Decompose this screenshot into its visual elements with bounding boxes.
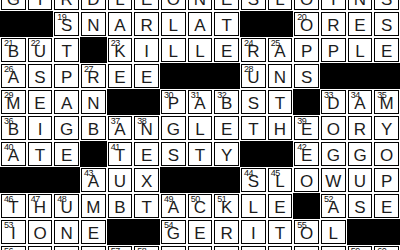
cell-r6c1[interactable]: 36B [1, 116, 26, 140]
cell-r10c1[interactable]: 53I [1, 220, 26, 244]
cell-r4c6[interactable]: E [134, 64, 159, 88]
cell-r1c2[interactable]: I [28, 0, 53, 10]
cell-r4c15 [373, 63, 400, 89]
cell-letter: A [322, 199, 345, 216]
cell-letter: E [135, 0, 158, 8]
cell-r1c11[interactable]: L [268, 0, 293, 10]
cell-r5c14[interactable]: 34A [348, 90, 373, 114]
cell-letter: R [215, 225, 238, 242]
cell-r3c7[interactable]: L [161, 38, 186, 62]
cell-r10c3[interactable]: N [54, 220, 79, 244]
cell-r8c9 [213, 167, 240, 193]
cell-r3c13[interactable]: P [321, 38, 346, 62]
cell-r5c7[interactable]: 30P [161, 90, 186, 114]
cell-letter: O [295, 0, 318, 8]
cell-letter: A [189, 17, 212, 34]
cell-r9c10[interactable]: L [241, 194, 266, 218]
cell-r5c5 [107, 89, 134, 115]
cell-letter: B [2, 121, 25, 138]
cell-letter: L [322, 225, 345, 242]
crossword-board: GIRDLEONESLOINS19SNARLAT20ORES21B22UT23K… [0, 0, 400, 250]
cell-r6c3[interactable]: G [54, 116, 79, 140]
cell-r1c8[interactable]: N [188, 0, 213, 10]
cell-r4c12[interactable]: S [294, 64, 319, 88]
cell-r8c1 [0, 167, 27, 193]
cell-r7c5[interactable]: 41T [108, 142, 133, 166]
cell-r9c11[interactable]: E [268, 194, 293, 218]
cell-letter: E [375, 199, 398, 216]
cell-r5c4[interactable]: N [81, 90, 106, 114]
cell-letter: L [269, 173, 292, 190]
cell-r9c2[interactable]: 47H [28, 194, 53, 218]
cell-r11c1[interactable]: 56 [1, 246, 26, 250]
cell-r10c15 [373, 219, 400, 245]
cell-r8c12[interactable]: O [294, 168, 319, 192]
cell-letter: E [215, 43, 238, 60]
cell-r4c5[interactable]: E [108, 64, 133, 88]
cell-letter: E [269, 199, 292, 216]
cell-letter: R [322, 17, 345, 34]
cell-r11c13[interactable] [321, 246, 346, 250]
cell-letter: I [29, 0, 52, 8]
cell-letter: M [82, 199, 105, 216]
cell-r11c9[interactable] [214, 246, 239, 250]
cell-r3c10[interactable]: 24R [241, 38, 266, 62]
cell-r2c7[interactable]: L [161, 12, 186, 36]
cell-letter: T [135, 199, 158, 216]
cell-r8c14[interactable]: U [348, 168, 373, 192]
cell-letter: G [322, 147, 345, 164]
cell-r7c14[interactable]: G [348, 142, 373, 166]
cell-r9c14[interactable]: S [348, 194, 373, 218]
cell-r6c2[interactable]: I [28, 116, 53, 140]
cell-letter: N [135, 121, 158, 138]
cell-r5c2[interactable]: E [28, 90, 53, 114]
cell-letter: U [29, 43, 52, 60]
cell-letter: A [2, 147, 25, 164]
cell-letter: O [162, 0, 185, 8]
cell-r3c6[interactable]: I [134, 38, 159, 62]
cell-letter: R [55, 0, 78, 8]
cell-letter: L [162, 43, 185, 60]
cell-r7c8[interactable]: T [188, 142, 213, 166]
cell-r8c13[interactable]: W [321, 168, 346, 192]
cell-r9c15[interactable]: E [374, 194, 399, 218]
cell-r3c4 [80, 37, 107, 63]
cell-r1c13[interactable]: I [321, 0, 346, 10]
cell-r10c2[interactable]: O [28, 220, 53, 244]
cell-r2c14[interactable]: E [348, 12, 373, 36]
cell-r9c4[interactable]: M [81, 194, 106, 218]
cell-letter: E [295, 147, 318, 164]
cell-r9c7[interactable]: 49A [161, 194, 186, 218]
cell-letter: T [2, 199, 25, 216]
cell-r1c5[interactable]: L [108, 0, 133, 10]
cell-letter: S [29, 69, 52, 86]
cell-letter: M [2, 95, 25, 112]
cell-letter: A [189, 95, 212, 112]
cell-r1c14[interactable]: N [348, 0, 373, 10]
cell-r4c14 [347, 63, 374, 89]
cell-letter: S [349, 199, 372, 216]
cell-r2c15[interactable]: S [374, 12, 399, 36]
cell-letter: A [162, 199, 185, 216]
cell-letter: U [55, 199, 78, 216]
cell-r6c12[interactable]: 39E [294, 116, 319, 140]
cell-letter: O [295, 173, 318, 190]
cell-r1c15[interactable]: S [374, 0, 399, 10]
cell-letter: N [349, 0, 372, 8]
cell-r8c5[interactable]: U [108, 168, 133, 192]
cell-letter: N [82, 95, 105, 112]
cell-r8c10[interactable]: 44S [241, 168, 266, 192]
cell-letter: P [375, 173, 398, 190]
cell-letter: T [29, 147, 52, 164]
cell-r6c9[interactable]: E [214, 116, 239, 140]
cell-r11c2[interactable] [28, 246, 53, 250]
cell-letter: U [242, 69, 265, 86]
cell-r5c11[interactable]: T [268, 90, 293, 114]
cell-r4c1[interactable]: 26A [1, 64, 26, 88]
cell-letter: S [242, 173, 265, 190]
cell-letter: O [322, 121, 345, 138]
cell-r6c14[interactable]: R [348, 116, 373, 140]
cell-r8c6[interactable]: X [134, 168, 159, 192]
cell-letter: E [82, 225, 105, 242]
cell-r11c12[interactable] [294, 246, 319, 250]
cell-letter: L [349, 43, 372, 60]
cell-r2c9[interactable]: T [214, 12, 239, 36]
cell-r10c5 [107, 219, 134, 245]
cell-r9c13[interactable]: 52A [321, 194, 346, 218]
cell-r1c1[interactable]: G [1, 0, 26, 10]
cell-letter: D [82, 0, 105, 8]
cell-r7c7[interactable]: S [161, 142, 186, 166]
cell-letter: I [135, 43, 158, 60]
cell-letter: A [349, 95, 372, 112]
cell-r4c8 [187, 63, 214, 89]
cell-letter: L [189, 121, 212, 138]
cell-r10c14 [347, 219, 374, 245]
cell-r9c6[interactable]: T [134, 194, 159, 218]
cell-r1c7[interactable]: O [161, 0, 186, 10]
cell-r8c15[interactable]: P [374, 168, 399, 192]
cell-letter: L [109, 0, 132, 8]
cell-letter: N [55, 225, 78, 242]
cell-letter: I [322, 0, 345, 8]
cell-letter: O [295, 225, 318, 242]
cell-letter: A [2, 69, 25, 86]
cell-letter: T [269, 225, 292, 242]
cell-r10c4[interactable]: E [81, 220, 106, 244]
cell-letter: E [295, 121, 318, 138]
cell-letter: B [109, 199, 132, 216]
cell-r7c1[interactable]: 40A [1, 142, 26, 166]
cell-letter: R [82, 69, 105, 86]
cell-letter: E [135, 147, 158, 164]
cell-r8c8 [187, 167, 214, 193]
cell-letter: E [109, 69, 132, 86]
cell-letter: T [55, 43, 78, 60]
cell-r5c12 [293, 89, 320, 115]
cell-r9c9[interactable]: 51K [214, 194, 239, 218]
cell-r8c4[interactable]: 43A [81, 168, 106, 192]
cell-r10c12[interactable]: 55O [294, 220, 319, 244]
cell-r10c9[interactable]: R [214, 220, 239, 244]
cell-letter: E [135, 69, 158, 86]
cell-r2c4[interactable]: N [81, 12, 106, 36]
cell-r11c8[interactable] [188, 246, 213, 250]
cell-r4c7 [160, 63, 187, 89]
cell-r10c7[interactable]: 54G [161, 220, 186, 244]
cell-letter: B [82, 121, 105, 138]
cell-r11c6[interactable]: 58 [134, 246, 159, 250]
cell-letter: E [215, 121, 238, 138]
cell-letter: E [55, 147, 78, 164]
cell-r2c2 [27, 11, 54, 37]
cell-r2c3[interactable]: 19S [54, 12, 79, 36]
cell-r8c2 [27, 167, 54, 193]
cell-letter: U [349, 173, 372, 190]
cell-r7c15[interactable]: O [374, 142, 399, 166]
cell-letter: A [269, 43, 292, 60]
cell-r1c4[interactable]: D [81, 0, 106, 10]
cell-letter: T [242, 121, 265, 138]
cell-r2c11 [267, 11, 294, 37]
cell-r11c11[interactable] [268, 246, 293, 250]
cell-r11c14[interactable]: 59 [348, 246, 373, 250]
cell-r5c15[interactable]: 35M [374, 90, 399, 114]
cell-r4c10[interactable]: 28U [241, 64, 266, 88]
cell-letter: E [215, 0, 238, 8]
cell-r7c10 [240, 141, 267, 167]
crossword-grid: GIRDLEONESLOINS19SNARLAT20ORES21B22UT23K… [0, 0, 400, 250]
cell-r9c3[interactable]: 48U [54, 194, 79, 218]
cell-letter: G [162, 225, 185, 242]
cell-letter: C [189, 199, 212, 216]
cell-letter: T [189, 147, 212, 164]
cell-letter: N [82, 17, 105, 34]
cell-r11c10[interactable] [241, 246, 266, 250]
cell-letter: S [242, 0, 265, 8]
cell-letter: R [349, 121, 372, 138]
cell-r7c12[interactable]: 42E [294, 142, 319, 166]
cell-r7c3[interactable]: E [54, 142, 79, 166]
cell-letter: A [109, 121, 132, 138]
cell-r7c13[interactable]: G [321, 142, 346, 166]
cell-letter: G [55, 121, 78, 138]
cell-r11c15[interactable]: 60 [374, 246, 399, 250]
cell-letter: E [29, 95, 52, 112]
cell-letter: K [215, 199, 238, 216]
cell-r10c11[interactable]: T [268, 220, 293, 244]
cell-r9c5[interactable]: B [108, 194, 133, 218]
cell-letter: S [375, 0, 398, 8]
cell-r4c4[interactable]: 27R [81, 64, 106, 88]
cell-r4c3[interactable]: P [54, 64, 79, 88]
cell-r7c2[interactable]: T [28, 142, 53, 166]
cell-r4c13 [320, 63, 347, 89]
cell-r10c10[interactable]: I [241, 220, 266, 244]
cell-r6c13[interactable]: O [321, 116, 346, 140]
cell-r3c2[interactable]: 22U [28, 38, 53, 62]
cell-r10c6 [133, 219, 160, 245]
cell-letter: R [242, 43, 265, 60]
cell-r11c3[interactable] [54, 246, 79, 250]
cell-r4c2[interactable]: S [28, 64, 53, 88]
cell-r2c8[interactable]: A [188, 12, 213, 36]
cell-letter: L [242, 199, 265, 216]
cell-letter: G [349, 147, 372, 164]
cell-letter: R [135, 17, 158, 34]
cell-letter: D [322, 95, 345, 112]
cell-r2c5[interactable]: A [108, 12, 133, 36]
cell-r5c8[interactable]: 31A [188, 90, 213, 114]
cell-letter: O [375, 147, 398, 164]
cell-letter: Y [375, 121, 398, 138]
cell-r6c11[interactable]: H [268, 116, 293, 140]
cell-r1c6[interactable]: E [134, 0, 159, 10]
cell-r2c1 [0, 11, 27, 37]
cell-r8c11[interactable]: 45L [268, 168, 293, 192]
cell-r3c11[interactable]: 25A [268, 38, 293, 62]
cell-letter: B [2, 43, 25, 60]
cell-letter: T [109, 147, 132, 164]
cell-r10c13[interactable]: L [321, 220, 346, 244]
cell-letter: G [2, 0, 25, 8]
cell-letter: P [322, 43, 345, 60]
cell-letter: P [55, 69, 78, 86]
cell-letter: S [295, 69, 318, 86]
cell-r10c8[interactable]: E [188, 220, 213, 244]
cell-r9c1[interactable]: 46T [1, 194, 26, 218]
cell-letter: A [55, 95, 78, 112]
cell-letter: N [189, 0, 212, 8]
cell-letter: O [295, 17, 318, 34]
cell-letter: X [135, 173, 158, 190]
cell-r5c6 [133, 89, 160, 115]
cell-letter: S [375, 17, 398, 34]
cell-r6c10[interactable]: T [241, 116, 266, 140]
cell-letter: G [162, 121, 185, 138]
cell-r2c6[interactable]: R [134, 12, 159, 36]
cell-letter: P [295, 43, 318, 60]
cell-r3c5[interactable]: 23K [108, 38, 133, 62]
cell-r6c5[interactable]: 37A [108, 116, 133, 140]
cell-r6c8[interactable]: L [188, 116, 213, 140]
cell-letter: W [322, 173, 345, 190]
cell-r5c3[interactable]: A [54, 90, 79, 114]
cell-letter: S [162, 147, 185, 164]
cell-r1c3[interactable]: R [54, 0, 79, 10]
cell-r6c4[interactable]: B [81, 116, 106, 140]
cell-letter: L [162, 17, 185, 34]
cell-r8c7 [160, 167, 187, 193]
cell-r1c9[interactable]: E [214, 0, 239, 10]
cell-r11c7[interactable] [161, 246, 186, 250]
cell-r7c6[interactable]: E [134, 142, 159, 166]
cell-r7c11 [267, 141, 294, 167]
cell-letter: A [82, 173, 105, 190]
cell-r6c15[interactable]: Y [374, 116, 399, 140]
cell-r9c12 [293, 193, 320, 219]
cell-r2c10 [240, 11, 267, 37]
cell-letter: O [29, 225, 52, 242]
cell-letter: I [2, 225, 25, 242]
cell-letter: S [242, 95, 265, 112]
cell-letter: E [375, 43, 398, 60]
cell-letter: T [215, 17, 238, 34]
cell-r3c12[interactable]: P [294, 38, 319, 62]
cell-r4c9 [213, 63, 240, 89]
cell-r3c3[interactable]: T [54, 38, 79, 62]
cell-letter: L [189, 43, 212, 60]
cell-letter: I [29, 121, 52, 138]
cell-r1c10[interactable]: S [241, 0, 266, 10]
cell-letter: A [109, 17, 132, 34]
cell-r3c8[interactable]: L [188, 38, 213, 62]
cell-r6c6[interactable]: 38N [134, 116, 159, 140]
cell-r5c10[interactable]: S [241, 90, 266, 114]
cell-letter: T [269, 95, 292, 112]
cell-r2c13[interactable]: R [321, 12, 346, 36]
cell-r4c11[interactable]: N [268, 64, 293, 88]
cell-r3c9[interactable]: E [214, 38, 239, 62]
cell-r5c9[interactable]: 32B [214, 90, 239, 114]
cell-letter: I [242, 225, 265, 242]
cell-r6c7[interactable]: G [161, 116, 186, 140]
cell-letter: K [109, 43, 132, 60]
cell-letter: N [269, 69, 292, 86]
cell-letter: B [215, 95, 238, 112]
cell-r9c8[interactable]: 50C [188, 194, 213, 218]
cell-r5c1[interactable]: 29M [1, 90, 26, 114]
cell-r3c1[interactable]: 21B [1, 38, 26, 62]
cell-letter: P [162, 95, 185, 112]
cell-r11c5[interactable]: 57 [108, 246, 133, 250]
cell-letter: M [375, 95, 398, 112]
cell-letter: H [29, 199, 52, 216]
cell-r3c15[interactable]: E [374, 38, 399, 62]
cell-r8c3 [53, 167, 80, 193]
cell-letter: E [349, 17, 372, 34]
cell-r3c14[interactable]: L [348, 38, 373, 62]
cell-r1c12[interactable]: O [294, 0, 319, 10]
cell-r5c13[interactable]: 33D [321, 90, 346, 114]
cell-letter: S [55, 17, 78, 34]
cell-r2c12[interactable]: 20O [294, 12, 319, 36]
cell-letter: E [189, 225, 212, 242]
cell-letter: H [269, 121, 292, 138]
cell-r7c4 [80, 141, 107, 167]
cell-r11c4[interactable] [81, 246, 106, 250]
cell-letter: U [109, 173, 132, 190]
cell-r7c9[interactable]: Y [214, 142, 239, 166]
cell-letter: L [269, 0, 292, 8]
cell-letter: Y [215, 147, 238, 164]
